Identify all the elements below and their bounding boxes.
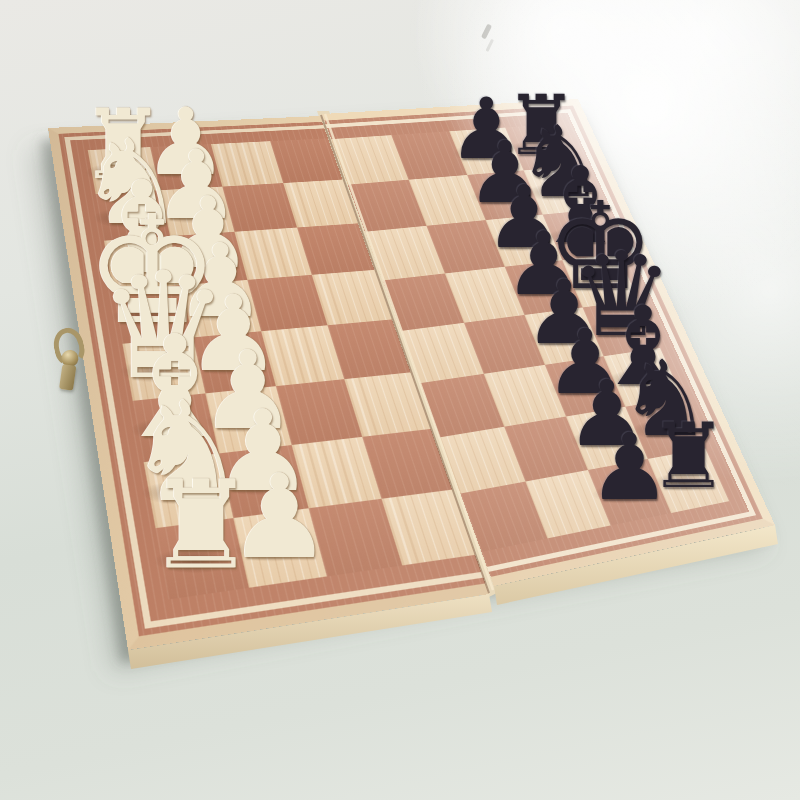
piece-black-pawn: ♟ — [588, 422, 670, 514]
scene: ♜♟♟♜♞♟♟♞♝♟♟♝♚♟♟♚♛♟♟♛♝♟♟♝♞♟♟♞♜♟♟♜ — [0, 0, 800, 800]
pieces-layer: ♜♟♟♜♞♟♟♞♝♟♟♝♚♟♟♚♛♟♟♛♝♟♟♝♞♟♟♞♜♟♟♜ — [0, 0, 800, 800]
piece-white-rook: ♜ — [147, 465, 256, 587]
